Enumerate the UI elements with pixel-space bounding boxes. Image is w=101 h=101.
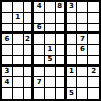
- cell-r9c6-empty[interactable]: [56, 88, 67, 99]
- cell-r4c8-given[interactable]: 7: [77, 34, 88, 45]
- cell-r5c1-empty[interactable]: [2, 45, 13, 56]
- given-digit: 2: [91, 68, 96, 75]
- cell-r3c6-empty[interactable]: [56, 24, 67, 35]
- cell-r6c9-empty[interactable]: [88, 56, 99, 67]
- cell-r1c1-empty[interactable]: [2, 2, 13, 13]
- cell-r9c5-empty[interactable]: [45, 88, 56, 99]
- given-digit: 3: [4, 68, 9, 75]
- cell-r8c6-empty[interactable]: [56, 77, 67, 88]
- cell-r9c3-empty[interactable]: [24, 88, 35, 99]
- cell-r5c6-empty[interactable]: [56, 45, 67, 56]
- given-digit: 5: [69, 90, 74, 97]
- cell-r3c9-empty[interactable]: [88, 24, 99, 35]
- cell-r4c5-empty[interactable]: [45, 34, 56, 45]
- cell-r8c8-empty[interactable]: [77, 77, 88, 88]
- cell-r8c1-given[interactable]: 4: [2, 77, 13, 88]
- cell-r1c9-empty[interactable]: [88, 2, 99, 13]
- cell-r2c7-empty[interactable]: [67, 13, 78, 24]
- cell-r1c8-empty[interactable]: [77, 2, 88, 13]
- cell-r8c4-given[interactable]: 7: [34, 77, 45, 88]
- cell-r9c4-empty[interactable]: [34, 88, 45, 99]
- cell-r4c7-empty[interactable]: [67, 34, 78, 45]
- given-digit: 1: [69, 68, 74, 75]
- cell-r8c9-empty[interactable]: [88, 77, 99, 88]
- cell-r7c5-empty[interactable]: [45, 67, 56, 78]
- given-digit: 5: [48, 56, 53, 63]
- cell-r5c7-empty[interactable]: [67, 45, 78, 56]
- cell-r9c9-empty[interactable]: [88, 88, 99, 99]
- cell-r4c3-given[interactable]: 2: [24, 34, 35, 45]
- cell-r3c5-empty[interactable]: [45, 24, 56, 35]
- cell-r3c7-empty[interactable]: [67, 24, 78, 35]
- given-digit: 8: [57, 3, 62, 10]
- cell-r6c4-empty[interactable]: [34, 56, 45, 67]
- cell-r2c8-empty[interactable]: [77, 13, 88, 24]
- cell-r1c6-given[interactable]: 8: [56, 2, 67, 13]
- cell-r6c6-empty[interactable]: [56, 56, 67, 67]
- cell-r2c9-empty[interactable]: [88, 13, 99, 24]
- cell-r8c5-empty[interactable]: [45, 77, 56, 88]
- cell-r6c2-empty[interactable]: [13, 56, 24, 67]
- cell-r1c7-given[interactable]: 3: [67, 2, 78, 13]
- cell-r7c6-empty[interactable]: [56, 67, 67, 78]
- cell-r4c9-empty[interactable]: [88, 34, 99, 45]
- cell-r1c4-given[interactable]: 4: [34, 2, 45, 13]
- cell-r7c3-empty[interactable]: [24, 67, 35, 78]
- cell-r7c9-given[interactable]: 2: [88, 67, 99, 78]
- cell-r4c1-given[interactable]: 6: [2, 34, 13, 45]
- cell-r5c3-empty[interactable]: [24, 45, 35, 56]
- cell-r7c1-given[interactable]: 3: [2, 67, 13, 78]
- cell-r2c6-empty[interactable]: [56, 13, 67, 24]
- cell-r2c3-empty[interactable]: [24, 13, 35, 24]
- cell-r5c9-empty[interactable]: [88, 45, 99, 56]
- cell-r3c4-given[interactable]: 6: [34, 24, 45, 35]
- cell-r7c8-empty[interactable]: [77, 67, 88, 78]
- cell-r9c8-empty[interactable]: [77, 88, 88, 99]
- cell-r8c7-empty[interactable]: [67, 77, 78, 88]
- cell-r2c5-empty[interactable]: [45, 13, 56, 24]
- given-digit: 1: [48, 46, 53, 53]
- cell-r3c3-empty[interactable]: [24, 24, 35, 35]
- cell-r3c1-empty[interactable]: [2, 24, 13, 35]
- cell-r2c4-empty[interactable]: [34, 13, 45, 24]
- cell-r3c8-empty[interactable]: [77, 24, 88, 35]
- cell-r6c3-empty[interactable]: [24, 56, 35, 67]
- given-digit: 6: [4, 36, 9, 43]
- given-digit: 6: [37, 24, 42, 31]
- given-digit: 7: [80, 36, 85, 43]
- cell-r4c4-empty[interactable]: [34, 34, 45, 45]
- cell-r7c4-empty[interactable]: [34, 67, 45, 78]
- cell-r2c1-empty[interactable]: [2, 13, 13, 24]
- cell-r9c2-empty[interactable]: [13, 88, 24, 99]
- sudoku-board: 48316627165312475: [0, 0, 101, 101]
- cell-r1c3-empty[interactable]: [24, 2, 35, 13]
- cell-r6c1-empty[interactable]: [2, 56, 13, 67]
- given-digit: 3: [69, 3, 74, 10]
- cell-r2c2-given[interactable]: 1: [13, 13, 24, 24]
- cell-r7c7-given[interactable]: 1: [67, 67, 78, 78]
- cell-r1c2-empty[interactable]: [13, 2, 24, 13]
- cell-r9c7-given[interactable]: 5: [67, 88, 78, 99]
- given-digit: 4: [37, 3, 42, 10]
- cell-r6c7-empty[interactable]: [67, 56, 78, 67]
- cell-r8c2-empty[interactable]: [13, 77, 24, 88]
- cell-r6c5-given[interactable]: 5: [45, 56, 56, 67]
- cell-r9c1-empty[interactable]: [2, 88, 13, 99]
- cell-r5c8-given[interactable]: 6: [77, 45, 88, 56]
- cell-r5c5-given[interactable]: 1: [45, 45, 56, 56]
- given-digit: 6: [80, 46, 85, 53]
- cell-r8c3-empty[interactable]: [24, 77, 35, 88]
- given-digit: 4: [4, 79, 9, 86]
- cell-r5c4-empty[interactable]: [34, 45, 45, 56]
- given-digit: 2: [25, 36, 30, 43]
- cell-r7c2-empty[interactable]: [13, 67, 24, 78]
- cell-r5c2-empty[interactable]: [13, 45, 24, 56]
- cell-r4c6-empty[interactable]: [56, 34, 67, 45]
- cell-r1c5-empty[interactable]: [45, 2, 56, 13]
- given-digit: 7: [37, 79, 42, 86]
- given-digit: 1: [15, 14, 20, 21]
- cell-r3c2-empty[interactable]: [13, 24, 24, 35]
- cell-r4c2-empty[interactable]: [13, 34, 24, 45]
- cell-r6c8-empty[interactable]: [77, 56, 88, 67]
